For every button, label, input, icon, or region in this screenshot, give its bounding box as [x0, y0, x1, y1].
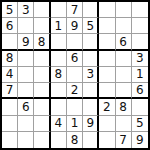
- cell-r3c3[interactable]: 8: [34, 34, 50, 50]
- cell-r3c7[interactable]: [99, 34, 115, 50]
- cell-r8c1[interactable]: [2, 116, 18, 132]
- cell-r9c4[interactable]: [51, 132, 67, 148]
- cell-r7c4[interactable]: [51, 99, 67, 115]
- cell-r2c3[interactable]: [34, 18, 50, 34]
- cell-r7c1[interactable]: [2, 99, 18, 115]
- cell-r4c6[interactable]: [83, 51, 99, 67]
- cell-r7c7[interactable]: 2: [99, 99, 115, 115]
- cell-r4c3[interactable]: [34, 51, 50, 67]
- cell-r6c3[interactable]: [34, 83, 50, 99]
- cell-r4c8[interactable]: [116, 51, 132, 67]
- cell-r2c1[interactable]: 6: [2, 18, 18, 34]
- cell-r8c8[interactable]: [116, 116, 132, 132]
- cell-r6c7[interactable]: [99, 83, 115, 99]
- cell-r7c9[interactable]: [132, 99, 148, 115]
- cell-r9c5[interactable]: 8: [67, 132, 83, 148]
- cell-r4c2[interactable]: [18, 51, 34, 67]
- cell-r2c8[interactable]: [116, 18, 132, 34]
- cell-r2c7[interactable]: [99, 18, 115, 34]
- cell-r7c3[interactable]: [34, 99, 50, 115]
- cell-r8c5[interactable]: 1: [67, 116, 83, 132]
- cell-r8c7[interactable]: [99, 116, 115, 132]
- cell-r2c5[interactable]: 9: [67, 18, 83, 34]
- cell-r6c5[interactable]: 2: [67, 83, 83, 99]
- cell-r3c8[interactable]: 6: [116, 34, 132, 50]
- cell-r6c2[interactable]: [18, 83, 34, 99]
- cell-r3c9[interactable]: [132, 34, 148, 50]
- cell-r5c3[interactable]: [34, 67, 50, 83]
- cell-r2c2[interactable]: [18, 18, 34, 34]
- cell-r5c8[interactable]: [116, 67, 132, 83]
- cell-r4c5[interactable]: 6: [67, 51, 83, 67]
- cell-r3c5[interactable]: [67, 34, 83, 50]
- cell-r8c9[interactable]: 5: [132, 116, 148, 132]
- sudoku-board: 537619598686348317266284195879: [0, 0, 150, 150]
- cell-r9c9[interactable]: 9: [132, 132, 148, 148]
- cell-r4c1[interactable]: 8: [2, 51, 18, 67]
- cell-r7c2[interactable]: 6: [18, 99, 34, 115]
- cell-r9c1[interactable]: [2, 132, 18, 148]
- cell-r5c1[interactable]: 4: [2, 67, 18, 83]
- cell-r3c6[interactable]: [83, 34, 99, 50]
- cell-r4c9[interactable]: 3: [132, 51, 148, 67]
- cell-r5c6[interactable]: 3: [83, 67, 99, 83]
- cell-r9c8[interactable]: 7: [116, 132, 132, 148]
- cell-r6c8[interactable]: [116, 83, 132, 99]
- cell-r9c3[interactable]: [34, 132, 50, 148]
- cell-r4c4[interactable]: [51, 51, 67, 67]
- cell-r2c6[interactable]: 5: [83, 18, 99, 34]
- cell-r6c9[interactable]: 6: [132, 83, 148, 99]
- cell-r6c6[interactable]: [83, 83, 99, 99]
- cell-r1c9[interactable]: [132, 2, 148, 18]
- cell-r1c1[interactable]: 5: [2, 2, 18, 18]
- cell-r8c2[interactable]: [18, 116, 34, 132]
- cell-r9c2[interactable]: [18, 132, 34, 148]
- cell-r8c3[interactable]: [34, 116, 50, 132]
- cell-r5c7[interactable]: [99, 67, 115, 83]
- cell-r1c3[interactable]: [34, 2, 50, 18]
- cell-r9c7[interactable]: [99, 132, 115, 148]
- cell-r1c4[interactable]: [51, 2, 67, 18]
- cell-r4c7[interactable]: [99, 51, 115, 67]
- cell-r8c4[interactable]: 4: [51, 116, 67, 132]
- cell-r3c4[interactable]: [51, 34, 67, 50]
- cell-r6c1[interactable]: 7: [2, 83, 18, 99]
- cell-r1c6[interactable]: [83, 2, 99, 18]
- cell-r1c7[interactable]: [99, 2, 115, 18]
- cell-r9c6[interactable]: [83, 132, 99, 148]
- cell-r5c9[interactable]: 1: [132, 67, 148, 83]
- cell-r1c5[interactable]: 7: [67, 2, 83, 18]
- cell-r5c2[interactable]: [18, 67, 34, 83]
- cell-r1c8[interactable]: [116, 2, 132, 18]
- cell-r5c5[interactable]: [67, 67, 83, 83]
- cell-r6c4[interactable]: [51, 83, 67, 99]
- cell-r3c1[interactable]: [2, 34, 18, 50]
- cell-r2c4[interactable]: 1: [51, 18, 67, 34]
- cell-r1c2[interactable]: 3: [18, 2, 34, 18]
- cell-r7c8[interactable]: 8: [116, 99, 132, 115]
- cell-r7c6[interactable]: [83, 99, 99, 115]
- cell-r2c9[interactable]: [132, 18, 148, 34]
- cell-r8c6[interactable]: 9: [83, 116, 99, 132]
- cell-r7c5[interactable]: [67, 99, 83, 115]
- cell-r3c2[interactable]: 9: [18, 34, 34, 50]
- cell-r5c4[interactable]: 8: [51, 67, 67, 83]
